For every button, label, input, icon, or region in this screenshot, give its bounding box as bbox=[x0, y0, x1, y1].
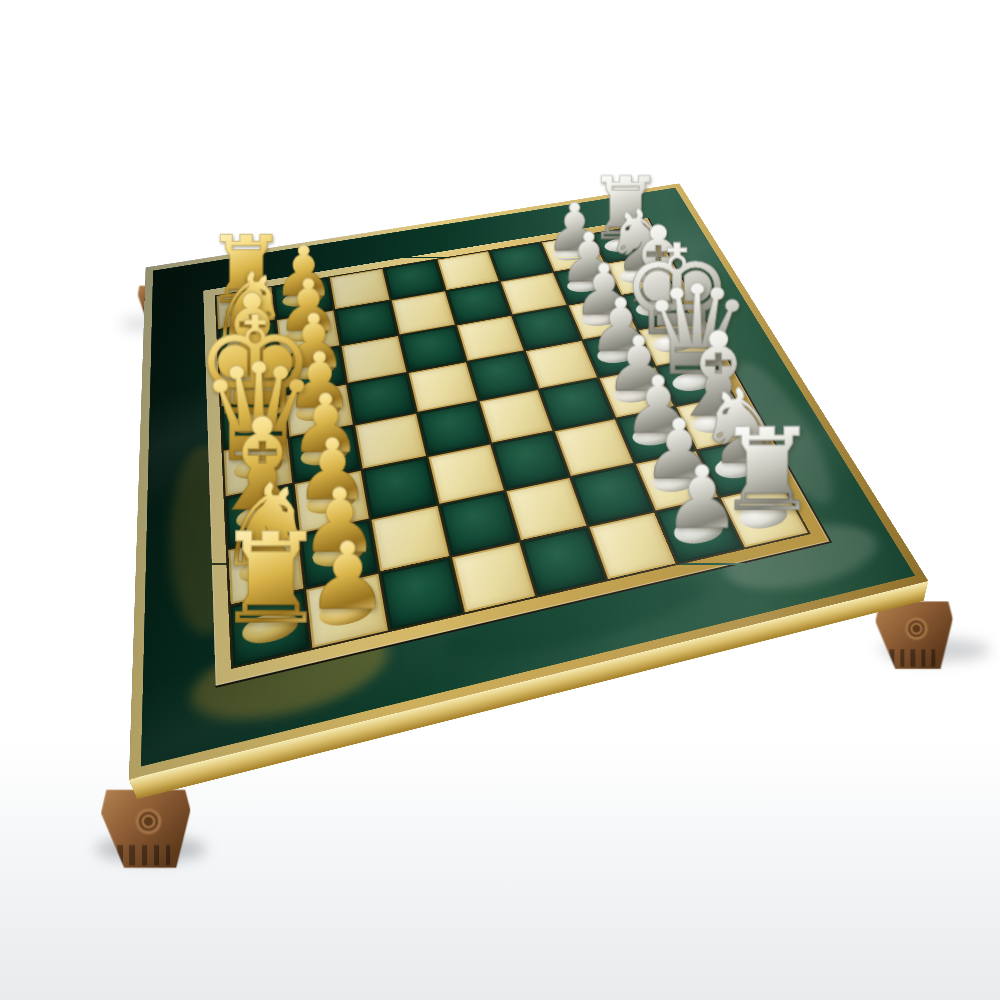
square-d5[interactable] bbox=[480, 390, 553, 443]
product-photo-scene: ♜♟♟♜♞♟♟♞♝♟♟♝♚♟♟♚♛♟♟♛♝♟♟♝♞♟♟♞♜♟♟♜ bbox=[0, 0, 1000, 1000]
ionic-capital-icon bbox=[875, 601, 952, 669]
piece-silver-pawn-a7[interactable]: ♟ bbox=[664, 459, 741, 538]
chess-board: ♜♟♟♜♞♟♟♞♝♟♟♝♚♟♟♚♛♟♟♛♝♟♟♝♞♟♟♞♜♟♟♜ bbox=[137, 201, 924, 800]
square-d4[interactable] bbox=[418, 402, 490, 456]
piece-gold-rook-a1[interactable]: ♜ bbox=[215, 522, 327, 637]
square-b4[interactable] bbox=[439, 491, 518, 555]
board-stage: ♜♟♟♜♞♟♟♞♝♟♟♝♚♟♟♚♛♟♟♛♝♟♟♝♞♟♟♞♜♟♟♜ bbox=[160, 100, 800, 740]
